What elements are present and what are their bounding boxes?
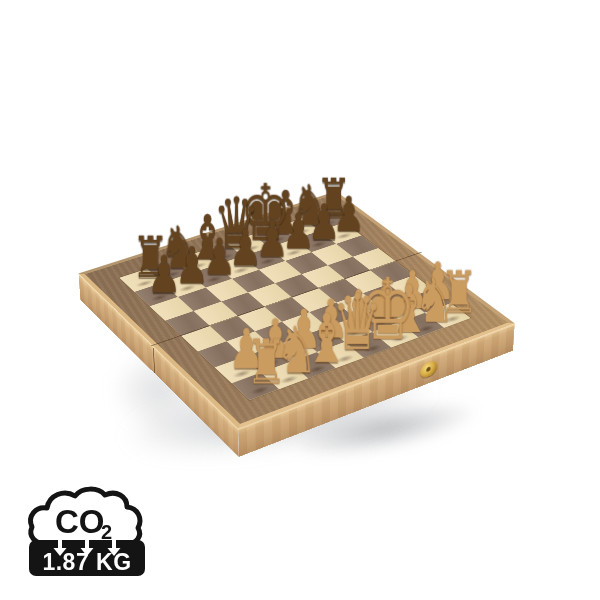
co2-emissions-badge: CO 2 1.87 KG [24, 486, 150, 580]
co2-label: CO [55, 503, 105, 540]
side-fold-seam [153, 347, 155, 374]
product-photo: ♜♞♝♛♚♝♞♜♟♟♟♟♟♟♟♟♟♟♟♟♟♟♟♟♜♞♝♛♚♝♞♜ CO 2 1.… [0, 0, 600, 600]
chess-board: ♜♞♝♛♚♝♞♜♟♟♟♟♟♟♟♟♟♟♟♟♟♟♟♟♜♞♝♛♚♝♞♜ [78, 191, 514, 428]
brass-clasp [420, 358, 437, 379]
weight-label: 1.87 KG [42, 549, 131, 575]
co2-subscript: 2 [101, 521, 112, 543]
